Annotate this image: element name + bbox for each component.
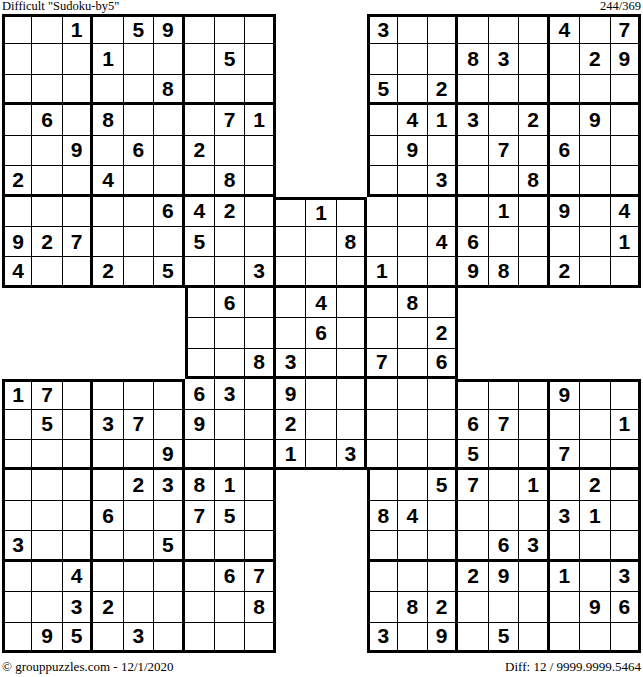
cell[interactable]: 7: [63, 227, 93, 257]
cell[interactable]: [215, 410, 245, 440]
cell[interactable]: 6: [458, 410, 488, 440]
cell[interactable]: 7: [215, 105, 245, 135]
cell[interactable]: [367, 379, 397, 409]
cell[interactable]: [245, 166, 275, 196]
cell[interactable]: 2: [458, 562, 488, 592]
cell[interactable]: [32, 440, 62, 470]
cell[interactable]: [276, 288, 306, 318]
cell[interactable]: 8: [337, 227, 367, 257]
cell[interactable]: [245, 288, 275, 318]
cell[interactable]: [32, 501, 62, 531]
cell[interactable]: [306, 379, 336, 409]
cell[interactable]: 1: [367, 257, 397, 287]
cell[interactable]: 3: [154, 470, 184, 500]
cell[interactable]: [550, 166, 580, 196]
cell[interactable]: [489, 470, 519, 500]
cell[interactable]: [367, 197, 397, 227]
cell[interactable]: 3: [458, 105, 488, 135]
cell[interactable]: 3: [367, 623, 397, 653]
cell[interactable]: 6: [93, 501, 123, 531]
cell[interactable]: [32, 44, 62, 74]
cell[interactable]: [367, 227, 397, 257]
cell[interactable]: 9: [185, 410, 215, 440]
cell[interactable]: [245, 470, 275, 500]
cell[interactable]: 2: [550, 257, 580, 287]
cell[interactable]: [458, 136, 488, 166]
cell[interactable]: [611, 75, 641, 105]
cell[interactable]: [458, 14, 488, 44]
cell[interactable]: [519, 257, 549, 287]
cell[interactable]: [306, 440, 336, 470]
cell[interactable]: [2, 623, 32, 653]
cell[interactable]: [428, 562, 458, 592]
cell[interactable]: 5: [32, 410, 62, 440]
cell[interactable]: 3: [428, 166, 458, 196]
cell[interactable]: [215, 592, 245, 622]
cell[interactable]: [519, 44, 549, 74]
cell[interactable]: 6: [306, 318, 336, 348]
cell[interactable]: [550, 410, 580, 440]
cell[interactable]: [489, 592, 519, 622]
cell[interactable]: [428, 410, 458, 440]
cell[interactable]: 5: [154, 257, 184, 287]
cell[interactable]: [580, 531, 610, 561]
cell[interactable]: 9: [154, 14, 184, 44]
cell[interactable]: [458, 75, 488, 105]
cell[interactable]: [154, 562, 184, 592]
cell[interactable]: 5: [489, 623, 519, 653]
cell[interactable]: [611, 379, 641, 409]
cell[interactable]: [428, 501, 458, 531]
cell[interactable]: 7: [245, 562, 275, 592]
cell[interactable]: [276, 227, 306, 257]
cell[interactable]: 4: [2, 257, 32, 287]
cell[interactable]: 4: [93, 166, 123, 196]
cell[interactable]: 9: [550, 379, 580, 409]
cell[interactable]: 3: [2, 531, 32, 561]
cell[interactable]: [428, 136, 458, 166]
cell[interactable]: 4: [428, 227, 458, 257]
cell[interactable]: [185, 105, 215, 135]
cell[interactable]: 3: [611, 562, 641, 592]
cell[interactable]: [245, 501, 275, 531]
cell[interactable]: 1: [519, 470, 549, 500]
cell[interactable]: 2: [580, 470, 610, 500]
cell[interactable]: [245, 14, 275, 44]
cell[interactable]: 9: [398, 136, 428, 166]
cell[interactable]: [93, 197, 123, 227]
cell[interactable]: [337, 288, 367, 318]
cell[interactable]: [458, 197, 488, 227]
cell[interactable]: [337, 257, 367, 287]
cell[interactable]: [185, 318, 215, 348]
cell[interactable]: 3: [550, 501, 580, 531]
cell[interactable]: [63, 105, 93, 135]
cell[interactable]: [550, 227, 580, 257]
cell[interactable]: 8: [93, 105, 123, 135]
cell[interactable]: [154, 592, 184, 622]
cell[interactable]: [458, 623, 488, 653]
cell[interactable]: [93, 379, 123, 409]
cell[interactable]: 2: [93, 257, 123, 287]
cell[interactable]: 7: [367, 349, 397, 379]
cell[interactable]: [580, 197, 610, 227]
cell[interactable]: [550, 75, 580, 105]
cell[interactable]: [489, 440, 519, 470]
cell[interactable]: 9: [428, 623, 458, 653]
cell[interactable]: [580, 440, 610, 470]
cell[interactable]: 6: [215, 288, 245, 318]
cell[interactable]: [154, 501, 184, 531]
cell[interactable]: [580, 562, 610, 592]
cell[interactable]: [2, 14, 32, 44]
cell[interactable]: [458, 166, 488, 196]
cell[interactable]: [124, 257, 154, 287]
cell[interactable]: 2: [2, 166, 32, 196]
cell[interactable]: [32, 592, 62, 622]
cell[interactable]: [93, 227, 123, 257]
cell[interactable]: [519, 501, 549, 531]
cell[interactable]: 8: [489, 257, 519, 287]
cell[interactable]: 1: [580, 501, 610, 531]
cell[interactable]: 8: [519, 166, 549, 196]
cell[interactable]: [32, 136, 62, 166]
cell[interactable]: 6: [124, 136, 154, 166]
cell[interactable]: [63, 501, 93, 531]
cell[interactable]: 5: [154, 531, 184, 561]
cell[interactable]: [398, 410, 428, 440]
cell[interactable]: [550, 470, 580, 500]
cell[interactable]: [154, 136, 184, 166]
cell[interactable]: [306, 257, 336, 287]
cell[interactable]: [185, 592, 215, 622]
cell[interactable]: [306, 349, 336, 379]
cell[interactable]: [185, 44, 215, 74]
cell[interactable]: [489, 75, 519, 105]
cell[interactable]: [367, 410, 397, 440]
cell[interactable]: 9: [550, 197, 580, 227]
cell[interactable]: [611, 470, 641, 500]
cell[interactable]: [367, 440, 397, 470]
cell[interactable]: [124, 531, 154, 561]
cell[interactable]: 8: [215, 166, 245, 196]
cell[interactable]: [367, 562, 397, 592]
cell[interactable]: [337, 349, 367, 379]
cell[interactable]: [580, 410, 610, 440]
cell[interactable]: [185, 349, 215, 379]
cell[interactable]: [2, 75, 32, 105]
cell[interactable]: [428, 288, 458, 318]
cell[interactable]: 5: [63, 623, 93, 653]
cell[interactable]: 7: [185, 501, 215, 531]
cell[interactable]: [611, 501, 641, 531]
cell[interactable]: [215, 136, 245, 166]
cell[interactable]: [124, 227, 154, 257]
cell[interactable]: 5: [215, 501, 245, 531]
cell[interactable]: 3: [367, 14, 397, 44]
cell[interactable]: [185, 623, 215, 653]
cell[interactable]: 1: [611, 227, 641, 257]
cell[interactable]: 2: [276, 410, 306, 440]
cell[interactable]: 9: [580, 592, 610, 622]
cell[interactable]: [185, 288, 215, 318]
cell[interactable]: [215, 440, 245, 470]
cell[interactable]: [428, 379, 458, 409]
cell[interactable]: [428, 44, 458, 74]
cell[interactable]: [367, 136, 397, 166]
cell[interactable]: 9: [63, 136, 93, 166]
cell[interactable]: [519, 623, 549, 653]
cell[interactable]: [32, 197, 62, 227]
cell[interactable]: [93, 623, 123, 653]
cell[interactable]: [245, 531, 275, 561]
cell[interactable]: 6: [154, 197, 184, 227]
cell[interactable]: 6: [185, 379, 215, 409]
cell[interactable]: [2, 470, 32, 500]
cell[interactable]: [32, 562, 62, 592]
cell[interactable]: [398, 318, 428, 348]
cell[interactable]: [185, 75, 215, 105]
cell[interactable]: [398, 562, 428, 592]
cell[interactable]: [337, 410, 367, 440]
cell[interactable]: 2: [185, 136, 215, 166]
cell[interactable]: 8: [245, 349, 275, 379]
cell[interactable]: [398, 257, 428, 287]
cell[interactable]: [245, 197, 275, 227]
cell[interactable]: 4: [611, 197, 641, 227]
cell[interactable]: 7: [124, 410, 154, 440]
cell[interactable]: [519, 14, 549, 44]
cell[interactable]: [32, 75, 62, 105]
cell[interactable]: [124, 501, 154, 531]
cell[interactable]: [458, 379, 488, 409]
cell[interactable]: [519, 75, 549, 105]
cell[interactable]: 5: [428, 470, 458, 500]
cell[interactable]: [337, 379, 367, 409]
cell[interactable]: [245, 227, 275, 257]
cell[interactable]: [93, 531, 123, 561]
cell[interactable]: [2, 136, 32, 166]
cell[interactable]: 9: [489, 562, 519, 592]
cell[interactable]: [611, 166, 641, 196]
cell[interactable]: [398, 349, 428, 379]
cell[interactable]: 6: [550, 136, 580, 166]
cell[interactable]: [2, 592, 32, 622]
cell[interactable]: [367, 288, 397, 318]
cell[interactable]: 3: [337, 440, 367, 470]
cell[interactable]: [489, 105, 519, 135]
cell[interactable]: [154, 227, 184, 257]
cell[interactable]: [185, 531, 215, 561]
cell[interactable]: [124, 166, 154, 196]
cell[interactable]: [519, 136, 549, 166]
cell[interactable]: [398, 14, 428, 44]
cell[interactable]: [215, 75, 245, 105]
cell[interactable]: [32, 470, 62, 500]
cell[interactable]: 1: [2, 379, 32, 409]
cell[interactable]: [93, 562, 123, 592]
cell[interactable]: 1: [428, 105, 458, 135]
cell[interactable]: [215, 623, 245, 653]
cell[interactable]: [93, 470, 123, 500]
cell[interactable]: 3: [245, 257, 275, 287]
cell[interactable]: 1: [215, 470, 245, 500]
cell[interactable]: [550, 44, 580, 74]
cell[interactable]: [2, 501, 32, 531]
cell[interactable]: [398, 623, 428, 653]
cell[interactable]: 4: [398, 501, 428, 531]
cell[interactable]: [550, 531, 580, 561]
cell[interactable]: [428, 197, 458, 227]
cell[interactable]: [276, 257, 306, 287]
cell[interactable]: 4: [398, 105, 428, 135]
cell[interactable]: [2, 562, 32, 592]
cell[interactable]: 2: [519, 105, 549, 135]
cell[interactable]: 5: [215, 44, 245, 74]
cell[interactable]: [398, 470, 428, 500]
cell[interactable]: [154, 44, 184, 74]
cell[interactable]: [185, 257, 215, 287]
cell[interactable]: [580, 166, 610, 196]
cell[interactable]: [580, 623, 610, 653]
cell[interactable]: [2, 197, 32, 227]
cell[interactable]: [367, 318, 397, 348]
cell[interactable]: 2: [428, 318, 458, 348]
cell[interactable]: [580, 14, 610, 44]
cell[interactable]: 3: [489, 44, 519, 74]
cell[interactable]: [185, 440, 215, 470]
cell[interactable]: 9: [276, 379, 306, 409]
cell[interactable]: [428, 440, 458, 470]
cell[interactable]: [580, 75, 610, 105]
cell[interactable]: 9: [611, 44, 641, 74]
cell[interactable]: [32, 531, 62, 561]
cell[interactable]: [32, 257, 62, 287]
cell[interactable]: 1: [63, 14, 93, 44]
cell[interactable]: [367, 592, 397, 622]
cell[interactable]: [276, 197, 306, 227]
cell[interactable]: 5: [124, 14, 154, 44]
cell[interactable]: 7: [458, 470, 488, 500]
cell[interactable]: [519, 440, 549, 470]
cell[interactable]: [398, 379, 428, 409]
cell[interactable]: 9: [32, 623, 62, 653]
cell[interactable]: 8: [154, 75, 184, 105]
cell[interactable]: [154, 379, 184, 409]
cell[interactable]: [611, 105, 641, 135]
cell[interactable]: [611, 623, 641, 653]
cell[interactable]: 7: [489, 410, 519, 440]
cell[interactable]: [124, 75, 154, 105]
cell[interactable]: [550, 623, 580, 653]
cell[interactable]: 8: [245, 592, 275, 622]
cell[interactable]: 4: [63, 562, 93, 592]
cell[interactable]: 7: [611, 14, 641, 44]
cell[interactable]: [154, 166, 184, 196]
cell[interactable]: 1: [550, 562, 580, 592]
cell[interactable]: 5: [185, 227, 215, 257]
cell[interactable]: [367, 105, 397, 135]
cell[interactable]: [519, 410, 549, 440]
cell[interactable]: 7: [489, 136, 519, 166]
cell[interactable]: [215, 349, 245, 379]
cell[interactable]: [215, 531, 245, 561]
cell[interactable]: 1: [93, 44, 123, 74]
cell[interactable]: 7: [550, 440, 580, 470]
cell[interactable]: 8: [458, 44, 488, 74]
cell[interactable]: 9: [2, 227, 32, 257]
cell[interactable]: [398, 197, 428, 227]
cell[interactable]: 2: [580, 44, 610, 74]
cell[interactable]: 3: [215, 379, 245, 409]
cell[interactable]: [550, 592, 580, 622]
cell[interactable]: [489, 379, 519, 409]
cell[interactable]: [367, 531, 397, 561]
cell[interactable]: 2: [32, 227, 62, 257]
cell[interactable]: [489, 501, 519, 531]
cell[interactable]: [458, 592, 488, 622]
cell[interactable]: [93, 14, 123, 44]
cell[interactable]: 8: [398, 288, 428, 318]
cell[interactable]: [398, 75, 428, 105]
cell[interactable]: [580, 379, 610, 409]
cell[interactable]: [93, 75, 123, 105]
cell[interactable]: 4: [550, 14, 580, 44]
cell[interactable]: [550, 105, 580, 135]
cell[interactable]: [398, 227, 428, 257]
cell[interactable]: [428, 531, 458, 561]
cell[interactable]: 3: [63, 592, 93, 622]
cell[interactable]: [245, 440, 275, 470]
cell[interactable]: [124, 197, 154, 227]
cell[interactable]: [2, 440, 32, 470]
cell[interactable]: [398, 531, 428, 561]
cell[interactable]: [2, 44, 32, 74]
cell[interactable]: 1: [611, 410, 641, 440]
cell[interactable]: [215, 318, 245, 348]
cell[interactable]: 3: [124, 623, 154, 653]
cell[interactable]: [185, 14, 215, 44]
cell[interactable]: [215, 14, 245, 44]
cell[interactable]: [428, 14, 458, 44]
cell[interactable]: [63, 166, 93, 196]
cell[interactable]: 3: [519, 531, 549, 561]
cell[interactable]: [398, 440, 428, 470]
cell[interactable]: [580, 257, 610, 287]
cell[interactable]: 6: [215, 562, 245, 592]
cell[interactable]: [611, 136, 641, 166]
cell[interactable]: [63, 470, 93, 500]
cell[interactable]: [398, 44, 428, 74]
cell[interactable]: 1: [245, 105, 275, 135]
cell[interactable]: [215, 227, 245, 257]
cell[interactable]: [154, 410, 184, 440]
cell[interactable]: 8: [398, 592, 428, 622]
cell[interactable]: 6: [428, 349, 458, 379]
cell[interactable]: [245, 410, 275, 440]
cell[interactable]: [124, 44, 154, 74]
cell[interactable]: [398, 166, 428, 196]
cell[interactable]: 4: [185, 197, 215, 227]
cell[interactable]: [519, 592, 549, 622]
cell[interactable]: [367, 44, 397, 74]
cell[interactable]: 1: [489, 197, 519, 227]
cell[interactable]: [124, 592, 154, 622]
cell[interactable]: [580, 227, 610, 257]
cell[interactable]: 2: [215, 197, 245, 227]
cell[interactable]: [2, 105, 32, 135]
cell[interactable]: [611, 531, 641, 561]
